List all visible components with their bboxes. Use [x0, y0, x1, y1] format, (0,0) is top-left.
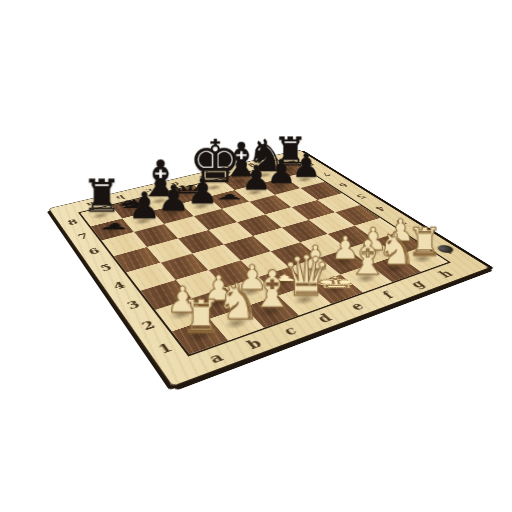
- product-photo-scene: abcdefgh abcdefgh 87654321 87654321 ♜♞♝♛…: [0, 0, 512, 512]
- white-rook-a1[interactable]: ♜: [137, 296, 264, 338]
- chess-board: abcdefgh abcdefgh 87654321 87654321 ♜♞♝♛…: [48, 150, 490, 388]
